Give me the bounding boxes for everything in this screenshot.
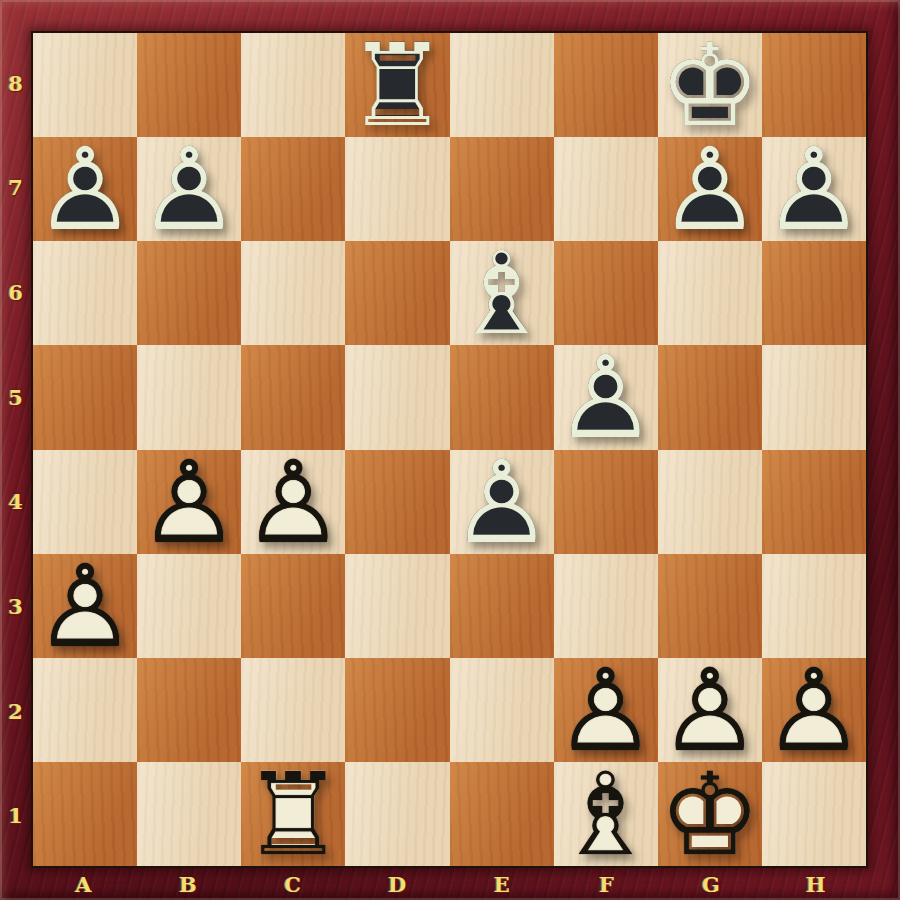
- square-g1[interactable]: ♚♔: [658, 762, 762, 866]
- square-h7[interactable]: ♟♙: [762, 137, 866, 241]
- square-d8[interactable]: ♜♖: [345, 33, 449, 137]
- square-e4[interactable]: ♟♙: [450, 450, 554, 554]
- black-pawn-outline: ♙: [34, 133, 136, 247]
- black-rook-outline: ♖: [346, 29, 448, 143]
- square-e8[interactable]: [450, 33, 554, 137]
- piece-white-pawn[interactable]: ♟♙: [137, 450, 241, 554]
- square-h4[interactable]: [762, 450, 866, 554]
- square-b6[interactable]: [137, 241, 241, 345]
- square-c4[interactable]: ♟♙: [241, 450, 345, 554]
- piece-black-pawn[interactable]: ♟♙: [137, 137, 241, 241]
- rank-label-1: 1: [8, 803, 23, 828]
- white-pawn-outline: ♙: [763, 654, 865, 768]
- piece-white-pawn[interactable]: ♟♙: [762, 658, 866, 762]
- square-a1[interactable]: [33, 762, 137, 866]
- square-f2[interactable]: ♟♙: [554, 658, 658, 762]
- square-c1[interactable]: ♜♖: [241, 762, 345, 866]
- white-pawn-outline: ♙: [138, 446, 240, 560]
- file-label-g: G: [702, 872, 720, 897]
- square-h6[interactable]: [762, 241, 866, 345]
- square-e6[interactable]: ♝♗: [450, 241, 554, 345]
- square-c5[interactable]: [241, 345, 345, 449]
- square-g3[interactable]: [658, 554, 762, 658]
- file-labels: ABCDEFGH: [31, 868, 868, 900]
- square-d5[interactable]: [345, 345, 449, 449]
- square-f4[interactable]: [554, 450, 658, 554]
- square-f6[interactable]: [554, 241, 658, 345]
- piece-white-rook[interactable]: ♜♖: [241, 762, 345, 866]
- white-pawn-outline: ♙: [34, 550, 136, 664]
- square-e5[interactable]: [450, 345, 554, 449]
- square-h3[interactable]: [762, 554, 866, 658]
- square-c7[interactable]: [241, 137, 345, 241]
- square-h2[interactable]: ♟♙: [762, 658, 866, 762]
- square-a7[interactable]: ♟♙: [33, 137, 137, 241]
- square-d6[interactable]: [345, 241, 449, 345]
- square-a5[interactable]: [33, 345, 137, 449]
- square-g8[interactable]: ♚♔: [658, 33, 762, 137]
- piece-white-pawn[interactable]: ♟♙: [658, 658, 762, 762]
- square-f7[interactable]: [554, 137, 658, 241]
- square-b3[interactable]: [137, 554, 241, 658]
- file-label-f: F: [599, 872, 614, 897]
- rank-label-4: 4: [8, 489, 23, 514]
- square-b1[interactable]: [137, 762, 241, 866]
- square-h5[interactable]: [762, 345, 866, 449]
- piece-black-rook[interactable]: ♜♖: [345, 33, 449, 137]
- piece-black-pawn[interactable]: ♟♙: [450, 450, 554, 554]
- rank-labels: 87654321: [0, 31, 31, 868]
- file-label-e: E: [494, 872, 510, 897]
- square-f8[interactable]: [554, 33, 658, 137]
- black-bishop-outline: ♗: [450, 237, 552, 351]
- rank-label-3: 3: [8, 594, 23, 619]
- piece-white-pawn[interactable]: ♟♙: [33, 554, 137, 658]
- square-f1[interactable]: ♝♗: [554, 762, 658, 866]
- file-label-h: H: [806, 872, 826, 897]
- file-label-b: B: [179, 872, 197, 897]
- piece-black-king[interactable]: ♚♔: [658, 33, 762, 137]
- square-a4[interactable]: [33, 450, 137, 554]
- square-b5[interactable]: [137, 345, 241, 449]
- square-e1[interactable]: [450, 762, 554, 866]
- piece-black-pawn[interactable]: ♟♙: [658, 137, 762, 241]
- black-pawn-outline: ♙: [450, 446, 552, 560]
- board-frame: ♜♖♚♔♟♙♟♙♟♙♟♙♝♗♟♙♟♙♟♙♟♙♟♙♟♙♟♙♟♙♜♖♝♗♚♔ 876…: [0, 0, 900, 900]
- white-pawn-outline: ♙: [242, 446, 344, 560]
- square-b4[interactable]: ♟♙: [137, 450, 241, 554]
- square-f3[interactable]: [554, 554, 658, 658]
- square-e7[interactable]: [450, 137, 554, 241]
- square-e3[interactable]: [450, 554, 554, 658]
- square-c2[interactable]: [241, 658, 345, 762]
- square-h8[interactable]: [762, 33, 866, 137]
- piece-white-pawn[interactable]: ♟♙: [554, 658, 658, 762]
- rank-label-6: 6: [8, 280, 23, 305]
- square-h1[interactable]: [762, 762, 866, 866]
- file-label-a: A: [75, 872, 91, 897]
- square-b7[interactable]: ♟♙: [137, 137, 241, 241]
- piece-black-pawn[interactable]: ♟♙: [554, 345, 658, 449]
- white-king-outline: ♔: [659, 758, 761, 872]
- rank-label-8: 8: [8, 71, 23, 96]
- black-pawn-outline: ♙: [763, 133, 865, 247]
- square-g5[interactable]: [658, 345, 762, 449]
- white-bishop-outline: ♗: [555, 758, 657, 872]
- square-c3[interactable]: [241, 554, 345, 658]
- file-label-c: C: [284, 872, 301, 897]
- square-a6[interactable]: [33, 241, 137, 345]
- rank-label-7: 7: [8, 175, 23, 200]
- piece-black-pawn[interactable]: ♟♙: [33, 137, 137, 241]
- square-d2[interactable]: [345, 658, 449, 762]
- square-g6[interactable]: [658, 241, 762, 345]
- square-d4[interactable]: [345, 450, 449, 554]
- square-g7[interactable]: ♟♙: [658, 137, 762, 241]
- piece-white-king[interactable]: ♚♔: [658, 762, 762, 866]
- square-g4[interactable]: [658, 450, 762, 554]
- square-b8[interactable]: [137, 33, 241, 137]
- square-c8[interactable]: [241, 33, 345, 137]
- square-f5[interactable]: ♟♙: [554, 345, 658, 449]
- black-pawn-outline: ♙: [138, 133, 240, 247]
- square-a3[interactable]: ♟♙: [33, 554, 137, 658]
- piece-white-bishop[interactable]: ♝♗: [554, 762, 658, 866]
- square-a2[interactable]: [33, 658, 137, 762]
- square-g2[interactable]: ♟♙: [658, 658, 762, 762]
- black-pawn-outline: ♙: [659, 133, 761, 247]
- rank-label-5: 5: [8, 385, 23, 410]
- rank-label-2: 2: [8, 699, 23, 724]
- square-c6[interactable]: [241, 241, 345, 345]
- piece-white-pawn[interactable]: ♟♙: [241, 450, 345, 554]
- square-e2[interactable]: [450, 658, 554, 762]
- square-d3[interactable]: [345, 554, 449, 658]
- file-label-d: D: [388, 872, 406, 897]
- square-d7[interactable]: [345, 137, 449, 241]
- square-a8[interactable]: [33, 33, 137, 137]
- board: ♜♖♚♔♟♙♟♙♟♙♟♙♝♗♟♙♟♙♟♙♟♙♟♙♟♙♟♙♟♙♜♖♝♗♚♔: [31, 31, 868, 868]
- piece-black-bishop[interactable]: ♝♗: [450, 241, 554, 345]
- black-pawn-outline: ♙: [555, 341, 657, 455]
- white-rook-outline: ♖: [242, 758, 344, 872]
- piece-black-pawn[interactable]: ♟♙: [762, 137, 866, 241]
- square-d1[interactable]: [345, 762, 449, 866]
- square-b2[interactable]: [137, 658, 241, 762]
